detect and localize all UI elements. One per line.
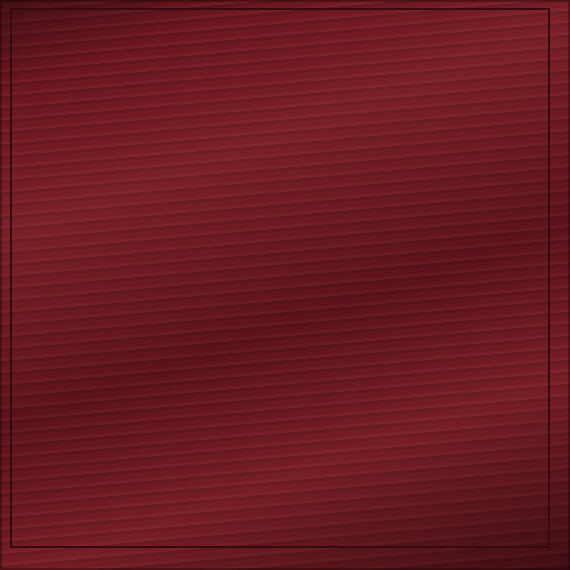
chess-diagram	[0, 0, 570, 570]
chess-board[interactable]	[12, 10, 548, 546]
